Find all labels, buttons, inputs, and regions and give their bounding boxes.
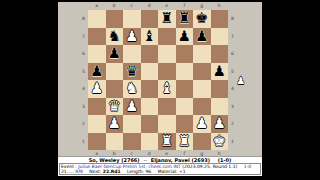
square-e1: ♜ (158, 133, 176, 151)
black-pawn-icon: ♟ (176, 28, 194, 46)
square-d2 (141, 115, 159, 133)
white-knight-icon: ♞ (123, 80, 141, 98)
chess-diagram-panel: abcdefgh 87654321 ♜♜♚♞♟♝♟♟♟♟♛♟♟♞♝♛♟♟♟♟♜♜… (58, 2, 262, 176)
square-h1: ♚ (211, 133, 229, 151)
square-e8: ♜ (158, 10, 176, 28)
board: ♜♜♚♞♟♝♟♟♟♟♛♟♟♞♝♛♟♟♟♟♜♜♚ (88, 10, 228, 150)
event-result-link: 1-0 (244, 164, 251, 169)
square-d8 (141, 10, 159, 28)
square-f6 (176, 45, 194, 63)
white-pawn-icon: ♟ (106, 115, 124, 133)
rank-label-1: 1 (229, 133, 236, 151)
letterbox-right (262, 0, 320, 180)
black-pawn-icon: ♟ (88, 63, 106, 81)
last-move: Rf8 (75, 169, 83, 174)
game-result: (1-0) (218, 157, 232, 163)
black-rook-icon: ♜ (158, 10, 176, 28)
video-frame: { "game": "chess", "position": { "fen": … (0, 0, 320, 180)
square-f1: ♜ (176, 133, 194, 151)
file-labels-top: abcdefgh (88, 3, 228, 9)
square-b8 (106, 10, 124, 28)
square-h6 (211, 45, 229, 63)
square-e4: ♝ (158, 80, 176, 98)
rank-label-6: 6 (80, 45, 87, 63)
square-d6 (141, 45, 159, 63)
square-b4 (106, 80, 124, 98)
square-b6: ♟ (106, 45, 124, 63)
square-g6 (193, 45, 211, 63)
square-c8 (123, 10, 141, 28)
white-rook-icon: ♜ (176, 133, 194, 151)
square-d5 (141, 63, 159, 81)
next-move: 22.Rd1 (103, 169, 121, 174)
rank-label-8: 8 (229, 10, 236, 28)
black-pawn-icon: ♟ (193, 28, 211, 46)
square-a3 (88, 98, 106, 116)
rank-label-1: 1 (80, 133, 87, 151)
square-g5 (193, 63, 211, 81)
square-c7: ♟ (123, 28, 141, 46)
file-label-f: f (176, 3, 194, 9)
white-player-name: So, Wesley (89, 157, 120, 163)
file-label-c: c (123, 3, 141, 9)
square-a6 (88, 45, 106, 63)
black-pawn-icon: ♟ (106, 45, 124, 63)
black-player-rating: (2693) (191, 157, 210, 163)
square-g1 (193, 133, 211, 151)
square-b1 (106, 133, 124, 151)
square-c2 (123, 115, 141, 133)
letterbox-left (0, 0, 58, 180)
square-f3 (176, 98, 194, 116)
square-e3 (158, 98, 176, 116)
square-d7: ♝ (141, 28, 159, 46)
square-h7 (211, 28, 229, 46)
square-c4: ♞ (123, 80, 141, 98)
square-a4: ♟ (88, 80, 106, 98)
black-knight-icon: ♞ (106, 28, 124, 46)
file-label-b: b (106, 3, 124, 9)
square-a7 (88, 28, 106, 46)
white-pawn-icon: ♟ (88, 80, 106, 98)
square-a8 (88, 10, 106, 28)
file-label-a: a (88, 3, 106, 9)
square-h4 (211, 80, 229, 98)
square-e5 (158, 63, 176, 81)
white-pawn-icon: ♟ (235, 74, 247, 88)
rank-label-7: 7 (229, 28, 236, 46)
file-label-d: d (141, 3, 159, 9)
black-queen-icon: ♛ (123, 63, 141, 81)
white-king-icon: ♚ (211, 133, 229, 151)
square-f4 (176, 80, 194, 98)
file-label-e: e (158, 3, 176, 9)
rank-label-5: 5 (80, 63, 87, 81)
square-h5: ♟ (211, 63, 229, 81)
rank-label-3: 3 (229, 98, 236, 116)
square-e2 (158, 115, 176, 133)
white-player-rating: (2766) (121, 157, 140, 163)
square-b5 (106, 63, 124, 81)
event-details: (2023.09.25, Round 1.1) (182, 164, 237, 169)
rank-label-2: 2 (229, 115, 236, 133)
rank-label-7: 7 (80, 28, 87, 46)
square-b2: ♟ (106, 115, 124, 133)
rank-labels-left: 87654321 (80, 10, 87, 150)
square-a5: ♟ (88, 63, 106, 81)
square-g7: ♟ (193, 28, 211, 46)
square-g8: ♚ (193, 10, 211, 28)
rank-label-3: 3 (80, 98, 87, 116)
square-g4 (193, 80, 211, 98)
length-value: 96 (146, 169, 152, 174)
square-d3 (141, 98, 159, 116)
square-d4 (141, 80, 159, 98)
square-h3 (211, 98, 229, 116)
black-king-icon: ♚ (193, 10, 211, 28)
square-c1 (123, 133, 141, 151)
square-h8 (211, 10, 229, 28)
square-a1 (88, 133, 106, 151)
file-label-h: h (211, 3, 229, 9)
black-bishop-icon: ♝ (141, 28, 159, 46)
square-b7: ♞ (106, 28, 124, 46)
square-f2 (176, 115, 194, 133)
white-pawn-icon: ♟ (123, 98, 141, 116)
rank-label-6: 6 (229, 45, 236, 63)
square-f7: ♟ (176, 28, 194, 46)
square-b3: ♛ (106, 98, 124, 116)
next-label: Next: (89, 169, 101, 174)
square-c6 (123, 45, 141, 63)
white-bishop-icon: ♝ (158, 80, 176, 98)
players-separator: -- (143, 157, 147, 163)
length-label: Length: (127, 169, 144, 174)
square-d1 (141, 133, 159, 151)
rank-label-2: 2 (80, 115, 87, 133)
square-c5: ♛ (123, 63, 141, 81)
black-rook-icon: ♜ (176, 10, 194, 28)
square-h2: ♟ (211, 115, 229, 133)
square-a2 (88, 115, 106, 133)
black-player-name: Eljanov, Pavel (151, 157, 190, 163)
square-e7 (158, 28, 176, 46)
white-pawn-icon: ♟ (123, 28, 141, 46)
material-value: +1 (179, 169, 186, 174)
move-line: 21. ... Rf8 Next: 22.Rd1 Length: 96 Mate… (61, 169, 259, 174)
file-label-g: g (193, 3, 211, 9)
white-pawn-icon: ♟ (193, 115, 211, 133)
square-g2: ♟ (193, 115, 211, 133)
white-pawn-icon: ♟ (211, 115, 229, 133)
rank-label-4: 4 (80, 80, 87, 98)
square-e6 (158, 45, 176, 63)
event-box: Event : Julius Baer GenCup Prelim 1st, c… (59, 163, 261, 175)
square-c3: ♟ (123, 98, 141, 116)
black-pawn-icon: ♟ (211, 63, 229, 81)
white-queen-icon: ♛ (106, 98, 124, 116)
white-rook-icon: ♜ (158, 133, 176, 151)
square-g3 (193, 98, 211, 116)
rank-label-8: 8 (80, 10, 87, 28)
square-f8: ♜ (176, 10, 194, 28)
material-label: Material: (158, 169, 178, 174)
square-f5 (176, 63, 194, 81)
caption-panel: So, Wesley (2766) -- Eljanov, Pavel (269… (58, 156, 262, 176)
move-number: 21. ... (61, 169, 74, 174)
